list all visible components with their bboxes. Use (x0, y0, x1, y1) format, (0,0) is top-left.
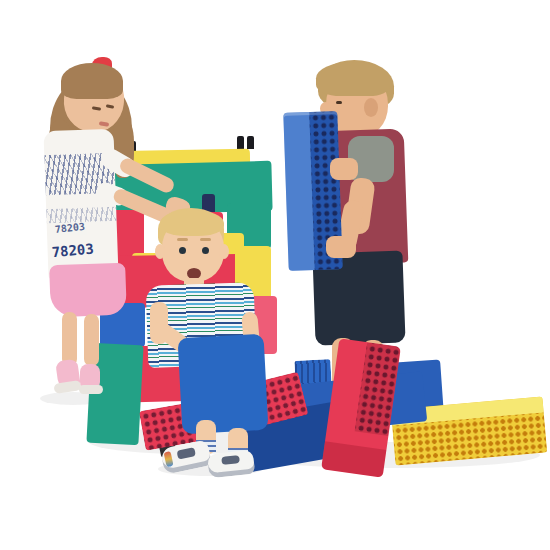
tower-stud-icon (237, 136, 244, 149)
toddler-eyebrow (177, 238, 188, 241)
red-block-bottom-shade (321, 441, 386, 477)
toddler-ear (155, 244, 165, 259)
toddler-fringe (160, 210, 224, 236)
girl-bangs (61, 63, 123, 99)
tower-stud-icon (247, 136, 254, 149)
girl-shoe-sole (79, 385, 103, 394)
toddler-eyebrow (200, 238, 211, 241)
girl-shirt-number: 78203 (51, 241, 94, 261)
toddler-ear (219, 244, 229, 259)
boy-eye (336, 101, 342, 104)
boy-hand (330, 158, 358, 180)
boy-fringe (316, 62, 390, 96)
photo-scene: 78203 78203 (0, 0, 550, 550)
toddler-eye (179, 247, 186, 254)
boy-ear (364, 98, 378, 117)
sneaker-color-tab (164, 451, 174, 467)
boy-hand (326, 236, 356, 258)
girl-leg (84, 314, 99, 366)
toddler-shorts (178, 334, 269, 434)
girl-leg (62, 312, 77, 366)
sneaker-accent (177, 447, 196, 460)
toddler-eye (202, 247, 209, 254)
toddler-sneaker (207, 450, 255, 479)
girl-skirt (49, 263, 127, 318)
girl-shirt-number: 78203 (54, 221, 85, 235)
sneaker-accent (221, 455, 240, 465)
